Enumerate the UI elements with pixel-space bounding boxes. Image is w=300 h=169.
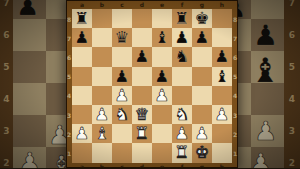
piece-black-bishop[interactable]: ♝ — [155, 28, 170, 47]
file-label-d: d — [132, 1, 152, 8]
square-f7[interactable]: ♟ — [172, 28, 192, 47]
piece-white-bishop[interactable]: ♝ — [95, 124, 110, 143]
square-d6[interactable]: ♟ — [132, 47, 152, 66]
file-label-f: f — [172, 1, 192, 8]
background-square — [13, 19, 46, 51]
square-f1[interactable]: ♜ — [172, 143, 192, 162]
square-b8[interactable] — [92, 9, 112, 28]
piece-black-pawn[interactable]: ♟ — [155, 67, 170, 86]
square-a7[interactable]: ♟ — [72, 28, 92, 47]
square-h4[interactable] — [212, 86, 232, 105]
piece-black-pawn[interactable]: ♟ — [115, 67, 130, 86]
square-g4[interactable] — [192, 86, 212, 105]
piece-black-rook[interactable]: ♜ — [75, 9, 90, 28]
square-f3[interactable]: ♞ — [172, 105, 192, 124]
background-white-pawn-icon: ♟ — [254, 118, 277, 144]
square-c4[interactable]: ♟ — [112, 86, 132, 105]
square-g5[interactable] — [192, 67, 212, 86]
background-left-border: 765432 — [0, 0, 13, 168]
square-h2[interactable] — [212, 124, 232, 143]
file-label-h: h — [212, 163, 232, 169]
piece-black-queen[interactable]: ♛ — [115, 28, 130, 47]
square-h5[interactable]: ♝ — [212, 67, 232, 86]
square-f6[interactable]: ♞ — [172, 47, 192, 66]
square-g3[interactable] — [192, 105, 212, 124]
file-labels-top: abcdefgh — [72, 1, 232, 8]
square-h7[interactable] — [212, 28, 232, 47]
piece-white-rook[interactable]: ♜ — [135, 124, 150, 143]
rank-label-4: 4 — [232, 92, 238, 99]
square-g8[interactable]: ♚ — [192, 9, 212, 28]
background-rank-label: 6 — [284, 30, 300, 40]
square-a2[interactable]: ♟ — [72, 124, 92, 143]
square-b3[interactable]: ♟ — [92, 105, 112, 124]
background-rank-label: 2 — [0, 158, 13, 168]
screenshot-canvas: 765432 765432 ♟♟♟♝♟♟♝♟♟ abcdefgh abcdefg… — [0, 0, 300, 168]
piece-white-queen[interactable]: ♛ — [135, 105, 150, 124]
rank-label-7: 7 — [232, 35, 238, 42]
square-h6[interactable]: ♟ — [212, 47, 232, 66]
background-black-pawn-icon: ♟ — [16, 0, 39, 19]
piece-white-pawn[interactable]: ♟ — [215, 105, 230, 124]
square-f4[interactable] — [172, 86, 192, 105]
background-black-pawn-icon: ♟ — [253, 22, 278, 50]
square-f5[interactable] — [172, 67, 192, 86]
square-e4[interactable]: ♟ — [152, 86, 172, 105]
piece-black-knight[interactable]: ♞ — [175, 47, 190, 66]
background-rank-label: 6 — [0, 30, 13, 40]
square-e3[interactable] — [152, 105, 172, 124]
piece-black-pawn[interactable]: ♟ — [175, 28, 190, 47]
background-white-pawn-icon: ♟ — [18, 149, 41, 168]
background-black-bishop-icon: ♝ — [250, 53, 280, 87]
piece-white-pawn[interactable]: ♟ — [195, 124, 210, 143]
rank-label-1: 1 — [232, 150, 238, 157]
piece-black-pawn[interactable]: ♟ — [195, 28, 210, 47]
piece-white-pawn[interactable]: ♟ — [95, 105, 110, 124]
rank-label-3: 3 — [232, 112, 238, 119]
background-rank-label: 5 — [284, 62, 300, 72]
square-a4[interactable] — [72, 86, 92, 105]
square-e2[interactable] — [152, 124, 172, 143]
square-a5[interactable] — [72, 67, 92, 86]
square-d3[interactable]: ♛ — [132, 105, 152, 124]
square-f2[interactable]: ♟ — [172, 124, 192, 143]
background-rank-label: 7 — [284, 0, 300, 8]
square-e8[interactable] — [152, 9, 172, 28]
square-c1[interactable] — [112, 143, 132, 162]
square-b7[interactable] — [92, 28, 112, 47]
piece-white-pawn[interactable]: ♟ — [115, 86, 130, 105]
file-label-c: c — [112, 163, 132, 169]
square-c8[interactable] — [112, 9, 132, 28]
piece-black-bishop[interactable]: ♝ — [215, 67, 230, 86]
background-rank-label: 4 — [284, 94, 300, 104]
background-square — [13, 51, 46, 83]
piece-white-pawn[interactable]: ♟ — [155, 86, 170, 105]
square-d2[interactable]: ♜ — [132, 124, 152, 143]
file-label-e: e — [152, 1, 172, 8]
square-c3[interactable]: ♞ — [112, 105, 132, 124]
square-a1[interactable] — [72, 143, 92, 162]
piece-black-pawn[interactable]: ♟ — [135, 47, 150, 66]
background-rank-label: 7 — [0, 0, 13, 8]
file-label-g: g — [192, 1, 212, 8]
square-a3[interactable] — [72, 105, 92, 124]
square-d7[interactable] — [132, 28, 152, 47]
square-c5[interactable]: ♟ — [112, 67, 132, 86]
square-a6[interactable] — [72, 47, 92, 66]
square-f8[interactable]: ♜ — [172, 9, 192, 28]
background-white-pawn-icon: ♟ — [249, 150, 272, 168]
square-b4[interactable] — [92, 86, 112, 105]
square-c2[interactable] — [112, 124, 132, 143]
rank-label-2: 2 — [232, 131, 238, 138]
background-square — [251, 0, 284, 19]
square-b1[interactable] — [92, 143, 112, 162]
piece-white-rook[interactable]: ♜ — [175, 143, 190, 162]
square-d4[interactable] — [132, 86, 152, 105]
square-h1[interactable] — [212, 143, 232, 162]
square-e6[interactable] — [152, 47, 172, 66]
piece-white-pawn[interactable]: ♟ — [75, 124, 90, 143]
square-g6[interactable] — [192, 47, 212, 66]
background-rank-label: 5 — [0, 62, 13, 72]
file-label-e: e — [152, 163, 172, 169]
piece-white-knight[interactable]: ♞ — [115, 105, 130, 124]
rank-labels-right: 87654321 — [232, 9, 238, 163]
background-right-border: 765432 — [284, 0, 300, 168]
square-d8[interactable] — [132, 9, 152, 28]
square-e7[interactable]: ♝ — [152, 28, 172, 47]
background-square — [13, 115, 46, 147]
square-h3[interactable]: ♟ — [212, 105, 232, 124]
file-label-h: h — [212, 1, 232, 8]
square-e5[interactable]: ♟ — [152, 67, 172, 86]
background-rank-label: 3 — [0, 126, 13, 136]
square-g2[interactable]: ♟ — [192, 124, 212, 143]
chess-board[interactable]: abcdefgh abcdefgh 87654321 87654321 ♜♜♚♟… — [66, 0, 238, 168]
square-b6[interactable] — [92, 47, 112, 66]
piece-white-pawn[interactable]: ♟ — [175, 124, 190, 143]
background-rank-label: 3 — [284, 126, 300, 136]
file-label-b: b — [92, 1, 112, 8]
file-label-a: a — [72, 1, 92, 8]
square-d5[interactable] — [132, 67, 152, 86]
square-d1[interactable] — [132, 143, 152, 162]
square-c6[interactable] — [112, 47, 132, 66]
piece-white-knight[interactable]: ♞ — [175, 105, 190, 124]
square-h8[interactable] — [212, 9, 232, 28]
file-label-b: b — [92, 163, 112, 169]
square-g1[interactable]: ♚ — [192, 143, 212, 162]
piece-black-king[interactable]: ♚ — [195, 9, 210, 28]
piece-black-rook[interactable]: ♜ — [175, 9, 190, 28]
rank-label-8: 8 — [232, 16, 238, 23]
rank-label-6: 6 — [232, 54, 238, 61]
rank-label-5: 5 — [232, 73, 238, 80]
board-grid: ♜♜♚♟♛♝♟♟♟♞♟♟♟♝♟♟♟♞♛♞♟♟♝♜♟♟♜♚ — [72, 9, 232, 163]
piece-white-king[interactable]: ♚ — [195, 143, 210, 162]
square-c7[interactable]: ♛ — [112, 28, 132, 47]
file-label-g: g — [192, 163, 212, 169]
background-rank-label: 4 — [0, 94, 13, 104]
file-label-d: d — [132, 163, 152, 169]
background-rank-label: 2 — [284, 158, 300, 168]
background-square — [13, 83, 46, 115]
square-e1[interactable] — [152, 143, 172, 162]
piece-black-pawn[interactable]: ♟ — [215, 47, 230, 66]
square-a8[interactable]: ♜ — [72, 9, 92, 28]
file-labels-bottom: abcdefgh — [72, 163, 232, 169]
file-label-f: f — [172, 163, 192, 169]
file-label-a: a — [72, 163, 92, 169]
square-g7[interactable]: ♟ — [192, 28, 212, 47]
piece-black-pawn[interactable]: ♟ — [75, 28, 90, 47]
square-b2[interactable]: ♝ — [92, 124, 112, 143]
square-b5[interactable] — [92, 67, 112, 86]
file-label-c: c — [112, 1, 132, 8]
